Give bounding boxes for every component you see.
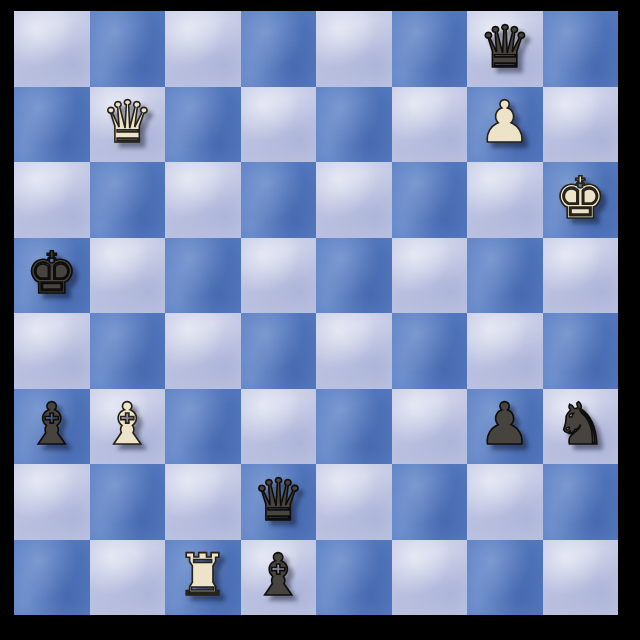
square-e8[interactable] <box>316 11 392 87</box>
square-a4[interactable] <box>14 313 90 389</box>
square-f5[interactable] <box>392 238 468 314</box>
square-b3[interactable]: ♝ <box>90 389 166 465</box>
piece-black-pawn[interactable]: ♟ <box>479 395 531 453</box>
square-e4[interactable] <box>316 313 392 389</box>
square-g2[interactable] <box>467 464 543 540</box>
square-f1[interactable] <box>392 540 468 616</box>
square-e5[interactable] <box>316 238 392 314</box>
chess-board: ♛♛♟♚♚♝♝♟♞♛♜♝ <box>14 11 618 615</box>
square-h2[interactable] <box>543 464 619 540</box>
square-a3[interactable]: ♝ <box>14 389 90 465</box>
square-a1[interactable] <box>14 540 90 616</box>
piece-white-pawn[interactable]: ♟ <box>479 93 531 151</box>
square-e2[interactable] <box>316 464 392 540</box>
square-f8[interactable] <box>392 11 468 87</box>
piece-white-queen[interactable]: ♛ <box>101 93 153 151</box>
square-g3[interactable]: ♟ <box>467 389 543 465</box>
square-f6[interactable] <box>392 162 468 238</box>
square-f4[interactable] <box>392 313 468 389</box>
square-a5[interactable]: ♚ <box>14 238 90 314</box>
square-d6[interactable] <box>241 162 317 238</box>
piece-white-king[interactable]: ♚ <box>554 169 606 227</box>
square-g6[interactable] <box>467 162 543 238</box>
square-b6[interactable] <box>90 162 166 238</box>
square-b5[interactable] <box>90 238 166 314</box>
piece-black-bishop[interactable]: ♝ <box>26 395 78 453</box>
square-h6[interactable]: ♚ <box>543 162 619 238</box>
square-c2[interactable] <box>165 464 241 540</box>
square-a8[interactable] <box>14 11 90 87</box>
square-d2[interactable]: ♛ <box>241 464 317 540</box>
square-e3[interactable] <box>316 389 392 465</box>
square-f3[interactable] <box>392 389 468 465</box>
piece-black-king[interactable]: ♚ <box>26 244 78 302</box>
square-h8[interactable] <box>543 11 619 87</box>
square-d5[interactable] <box>241 238 317 314</box>
square-c8[interactable] <box>165 11 241 87</box>
square-f7[interactable] <box>392 87 468 163</box>
square-b1[interactable] <box>90 540 166 616</box>
square-g4[interactable] <box>467 313 543 389</box>
piece-black-bishop[interactable]: ♝ <box>252 546 304 604</box>
square-d4[interactable] <box>241 313 317 389</box>
square-h5[interactable] <box>543 238 619 314</box>
square-e1[interactable] <box>316 540 392 616</box>
square-b4[interactable] <box>90 313 166 389</box>
square-a2[interactable] <box>14 464 90 540</box>
square-d7[interactable] <box>241 87 317 163</box>
square-g8[interactable]: ♛ <box>467 11 543 87</box>
square-d8[interactable] <box>241 11 317 87</box>
square-h1[interactable] <box>543 540 619 616</box>
square-f2[interactable] <box>392 464 468 540</box>
piece-white-rook[interactable]: ♜ <box>177 546 229 604</box>
square-c5[interactable] <box>165 238 241 314</box>
square-c7[interactable] <box>165 87 241 163</box>
square-h3[interactable]: ♞ <box>543 389 619 465</box>
square-c1[interactable]: ♜ <box>165 540 241 616</box>
square-a6[interactable] <box>14 162 90 238</box>
square-b7[interactable]: ♛ <box>90 87 166 163</box>
page-background: ♛♛♟♚♚♝♝♟♞♛♜♝ <box>0 0 640 640</box>
square-g1[interactable] <box>467 540 543 616</box>
square-g7[interactable]: ♟ <box>467 87 543 163</box>
square-a7[interactable] <box>14 87 90 163</box>
square-h7[interactable] <box>543 87 619 163</box>
square-c3[interactable] <box>165 389 241 465</box>
square-d3[interactable] <box>241 389 317 465</box>
piece-white-bishop[interactable]: ♝ <box>101 395 153 453</box>
square-b2[interactable] <box>90 464 166 540</box>
square-g5[interactable] <box>467 238 543 314</box>
square-e6[interactable] <box>316 162 392 238</box>
piece-black-queen[interactable]: ♛ <box>479 18 531 76</box>
square-h4[interactable] <box>543 313 619 389</box>
square-b8[interactable] <box>90 11 166 87</box>
square-c4[interactable] <box>165 313 241 389</box>
piece-black-queen[interactable]: ♛ <box>252 471 304 529</box>
piece-black-knight[interactable]: ♞ <box>554 395 606 453</box>
square-c6[interactable] <box>165 162 241 238</box>
square-e7[interactable] <box>316 87 392 163</box>
square-d1[interactable]: ♝ <box>241 540 317 616</box>
